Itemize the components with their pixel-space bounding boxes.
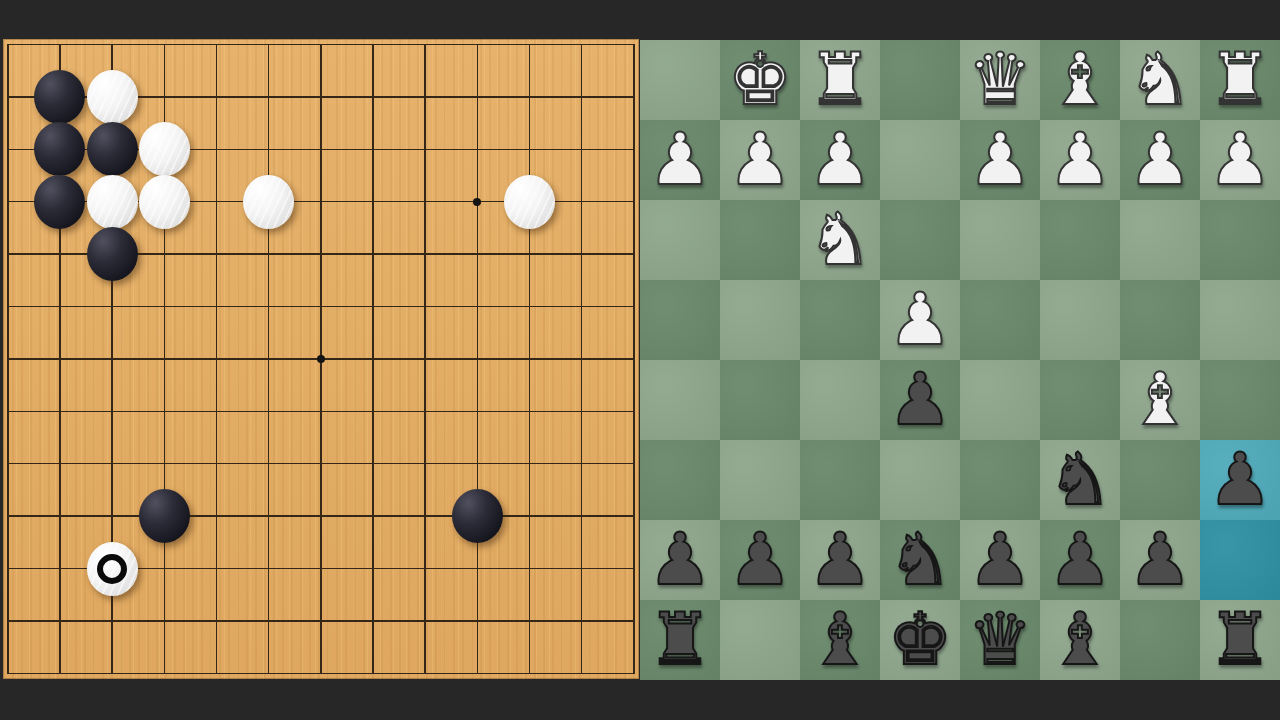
square-a5[interactable]	[1200, 360, 1280, 440]
square-e5[interactable]: ♟	[880, 360, 960, 440]
go-stone-white-D10[interactable]	[139, 175, 190, 229]
go-stone-black-B10[interactable]	[34, 175, 85, 229]
square-d2[interactable]: ♟	[960, 120, 1040, 200]
white-rook-a1[interactable]: ♜	[1200, 40, 1280, 120]
go-grid-line-vertical	[529, 44, 531, 674]
square-e3[interactable]	[880, 200, 960, 280]
square-f2[interactable]: ♟	[800, 120, 880, 200]
square-a7-last-move-highlight[interactable]	[1200, 520, 1280, 600]
square-b6[interactable]	[1120, 440, 1200, 520]
white-bishop-c1[interactable]: ♝	[1040, 40, 1120, 120]
white-queen-d1[interactable]: ♛	[960, 40, 1040, 120]
go-grid-line-horizontal	[7, 463, 635, 465]
black-pawn-h7[interactable]: ♟	[640, 520, 720, 600]
go-stone-black-C11[interactable]	[87, 122, 138, 176]
go-stone-black-B12[interactable]	[34, 70, 85, 124]
black-rook-h8[interactable]: ♜	[640, 600, 720, 680]
go-stone-black-D4[interactable]	[139, 489, 190, 543]
square-h3[interactable]	[640, 200, 720, 280]
square-g7[interactable]: ♟	[720, 520, 800, 600]
go-grid-line-vertical	[424, 44, 426, 674]
square-h7[interactable]: ♟	[640, 520, 720, 600]
square-g8[interactable]	[720, 600, 800, 680]
square-c7[interactable]: ♟	[1040, 520, 1120, 600]
go-grid-line-horizontal	[7, 515, 635, 517]
square-b7[interactable]: ♟	[1120, 520, 1200, 600]
square-e7[interactable]: ♞	[880, 520, 960, 600]
white-knight-b1[interactable]: ♞	[1120, 40, 1200, 120]
white-bishop-b5[interactable]: ♝	[1120, 360, 1200, 440]
go-stone-black-C9[interactable]	[87, 227, 138, 281]
square-b8[interactable]	[1120, 600, 1200, 680]
square-a1[interactable]: ♜	[1200, 40, 1280, 120]
square-h6[interactable]	[640, 440, 720, 520]
square-c1[interactable]: ♝	[1040, 40, 1120, 120]
square-d6[interactable]	[960, 440, 1040, 520]
square-f8[interactable]: ♝	[800, 600, 880, 680]
go-grid-line-horizontal	[7, 411, 635, 413]
square-g5[interactable]	[720, 360, 800, 440]
go-stone-black-B11[interactable]	[34, 122, 85, 176]
black-bishop-f8[interactable]: ♝	[800, 600, 880, 680]
black-queen-d8[interactable]: ♛	[960, 600, 1040, 680]
square-e2[interactable]	[880, 120, 960, 200]
square-g2[interactable]: ♟	[720, 120, 800, 200]
square-a3[interactable]	[1200, 200, 1280, 280]
square-h8[interactable]: ♜	[640, 600, 720, 680]
square-d3[interactable]	[960, 200, 1040, 280]
white-pawn-c2[interactable]: ♟	[1040, 120, 1120, 200]
square-g4[interactable]	[720, 280, 800, 360]
square-c8[interactable]: ♝	[1040, 600, 1120, 680]
go-stone-black-K4[interactable]	[452, 489, 503, 543]
square-b4[interactable]	[1120, 280, 1200, 360]
square-g3[interactable]	[720, 200, 800, 280]
square-c2[interactable]: ♟	[1040, 120, 1120, 200]
square-d1[interactable]: ♛	[960, 40, 1040, 120]
white-pawn-f2[interactable]: ♟	[800, 120, 880, 200]
go-grid-line-vertical	[581, 44, 583, 674]
go-grid-line-horizontal	[7, 620, 635, 622]
square-a2[interactable]: ♟	[1200, 120, 1280, 200]
square-f5[interactable]	[800, 360, 880, 440]
white-pawn-g2[interactable]: ♟	[720, 120, 800, 200]
white-pawn-e4[interactable]: ♟	[880, 280, 960, 360]
square-e8[interactable]: ♚	[880, 600, 960, 680]
go-grid-line-vertical	[372, 44, 374, 674]
white-knight-f3[interactable]: ♞	[800, 200, 880, 280]
black-knight-c6[interactable]: ♞	[1040, 440, 1120, 520]
last-move-marker	[97, 554, 127, 584]
square-d7[interactable]: ♟	[960, 520, 1040, 600]
white-pawn-d2[interactable]: ♟	[960, 120, 1040, 200]
go-stone-white-L10[interactable]	[504, 175, 555, 229]
square-c3[interactable]	[1040, 200, 1120, 280]
white-king-g1[interactable]: ♚	[720, 40, 800, 120]
square-c5[interactable]	[1040, 360, 1120, 440]
go-grid-line-vertical	[477, 44, 479, 674]
black-pawn-d7[interactable]: ♟	[960, 520, 1040, 600]
square-f1[interactable]: ♜	[800, 40, 880, 120]
square-b1[interactable]: ♞	[1120, 40, 1200, 120]
square-g1[interactable]: ♚	[720, 40, 800, 120]
square-c4[interactable]	[1040, 280, 1120, 360]
square-h5[interactable]	[640, 360, 720, 440]
white-pawn-b2[interactable]: ♟	[1120, 120, 1200, 200]
black-pawn-c7[interactable]: ♟	[1040, 520, 1120, 600]
square-f7[interactable]: ♟	[800, 520, 880, 600]
black-knight-e7[interactable]: ♞	[880, 520, 960, 600]
white-pawn-a2[interactable]: ♟	[1200, 120, 1280, 200]
square-a4[interactable]	[1200, 280, 1280, 360]
go-stone-white-D11[interactable]	[139, 122, 190, 176]
black-pawn-b7[interactable]: ♟	[1120, 520, 1200, 600]
chess-board[interactable]: ♚♜♛♝♞♜♟♟♟♟♟♟♟♞♟♟♝♞♟♟♟♟♞♟♟♟♜♝♚♛♝♜	[640, 40, 1280, 680]
black-pawn-e5[interactable]: ♟	[880, 360, 960, 440]
bottom-letterbox-bar	[0, 679, 1280, 720]
square-h2[interactable]: ♟	[640, 120, 720, 200]
square-f4[interactable]	[800, 280, 880, 360]
square-e6[interactable]	[880, 440, 960, 520]
square-f3[interactable]: ♞	[800, 200, 880, 280]
go-stone-white-C12[interactable]	[87, 70, 138, 124]
white-pawn-h2[interactable]: ♟	[640, 120, 720, 200]
hoshi-point	[317, 355, 325, 363]
square-e1[interactable]	[880, 40, 960, 120]
black-rook-a8[interactable]: ♜	[1200, 600, 1280, 680]
go-stone-white-C10[interactable]	[87, 175, 138, 229]
square-f6[interactable]	[800, 440, 880, 520]
square-d4[interactable]	[960, 280, 1040, 360]
go-board[interactable]	[3, 39, 639, 679]
square-e4[interactable]: ♟	[880, 280, 960, 360]
square-d8[interactable]: ♛	[960, 600, 1040, 680]
go-stone-white-C3[interactable]	[87, 542, 138, 596]
black-bishop-c8[interactable]: ♝	[1040, 600, 1120, 680]
square-d5[interactable]	[960, 360, 1040, 440]
black-king-e8[interactable]: ♚	[880, 600, 960, 680]
go-grid-line-vertical	[633, 44, 635, 674]
square-h1[interactable]	[640, 40, 720, 120]
top-letterbox-bar	[0, 0, 1280, 39]
black-pawn-g7[interactable]: ♟	[720, 520, 800, 600]
square-c6[interactable]: ♞	[1040, 440, 1120, 520]
go-stone-white-F10[interactable]	[243, 175, 294, 229]
white-rook-f1[interactable]: ♜	[800, 40, 880, 120]
square-h4[interactable]	[640, 280, 720, 360]
square-b5[interactable]: ♝	[1120, 360, 1200, 440]
square-a8[interactable]: ♜	[1200, 600, 1280, 680]
go-grid-line-horizontal	[7, 673, 635, 675]
square-a6-last-move-highlight[interactable]: ♟	[1200, 440, 1280, 520]
black-pawn-a6[interactable]: ♟	[1200, 440, 1280, 520]
app-stage: ♚♜♛♝♞♜♟♟♟♟♟♟♟♞♟♟♝♞♟♟♟♟♞♟♟♟♜♝♚♛♝♜	[0, 0, 1280, 720]
hoshi-point	[473, 198, 481, 206]
black-pawn-f7[interactable]: ♟	[800, 520, 880, 600]
square-b2[interactable]: ♟	[1120, 120, 1200, 200]
square-g6[interactable]	[720, 440, 800, 520]
square-b3[interactable]	[1120, 200, 1200, 280]
